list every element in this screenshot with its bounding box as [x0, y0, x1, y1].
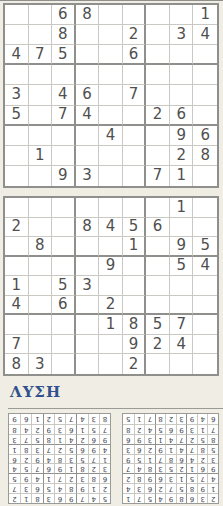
top-cell-r4c4[interactable] [76, 65, 100, 85]
bottom-cell-r4c6[interactable] [123, 257, 147, 277]
sol-right-cell-r8c5: 6 [165, 424, 176, 434]
sol-left-cell-r4c1: 3 [99, 463, 110, 473]
bottom-cell-r8c1[interactable]: 7 [5, 335, 29, 355]
bottom-cell-r1c2[interactable] [29, 198, 53, 218]
sol-right-cell-r8c2: 1 [197, 424, 208, 434]
sol-left-cell-r1c2: 4 [88, 493, 99, 503]
sol-right-cell-r4c2: 6 [197, 463, 208, 473]
bottom-cell-r9c4[interactable] [76, 354, 100, 374]
sol-left-cell-r2c6: 5 [43, 483, 54, 493]
top-cell-r9c2[interactable] [29, 166, 53, 186]
bottom-cell-r1c9[interactable] [193, 198, 217, 218]
top-cell-r5c3[interactable]: 4 [52, 85, 76, 105]
top-cell-r8c1[interactable] [5, 146, 29, 166]
sol-left-cell-r6c8: 8 [20, 444, 31, 454]
top-cell-r6c8[interactable]: 6 [170, 106, 194, 126]
sol-right-cell-r6c7: 2 [144, 444, 155, 454]
top-cell-r4c8[interactable] [170, 65, 194, 85]
sol-right-cell-r8c3: 3 [186, 424, 197, 434]
bottom-cell-r6c4[interactable] [76, 296, 100, 316]
sol-left-cell-r9c4: 7 [65, 414, 76, 424]
top-cell-r3c4[interactable] [76, 45, 100, 65]
sol-right-cell-r1c4: 8 [176, 493, 187, 503]
sol-right-cell-r3c1: 4 [207, 473, 218, 483]
top-cell-r2c6[interactable]: 2 [123, 25, 147, 45]
sol-right-cell-r5c6: 7 [155, 454, 166, 464]
sol-left-cell-r4c4: 1 [65, 463, 76, 473]
sol-left-cell-r9c8: 6 [20, 414, 31, 424]
top-cell-r5c8[interactable] [170, 85, 194, 105]
bottom-cell-r6c3[interactable]: 6 [52, 296, 76, 316]
sol-right-cell-r7c5: 4 [165, 434, 176, 444]
bottom-cell-r8c7[interactable]: 2 [146, 335, 170, 355]
top-cell-r6c5[interactable] [99, 106, 123, 126]
sol-right-cell-r2c7: 6 [144, 483, 155, 493]
sol-right-cell-r4c1: 9 [207, 463, 218, 473]
sol-right-cell-r7c3: 2 [186, 434, 197, 444]
sol-right-cell-r9c7: 7 [144, 414, 155, 424]
bottom-cell-r4c1[interactable] [5, 257, 29, 277]
sol-right-cell-r3c5: 3 [165, 473, 176, 483]
top-cell-r5c7[interactable] [146, 85, 170, 105]
bottom-cell-r7c2[interactable] [29, 315, 53, 335]
sol-left-cell-r2c8: 3 [20, 483, 31, 493]
sol-left-cell-r2c7: 6 [31, 483, 42, 493]
sol-right-cell-r4c3: 1 [186, 463, 197, 473]
top-cell-r1c3[interactable]: 6 [52, 5, 76, 25]
top-cell-r8c3[interactable] [52, 146, 76, 166]
sol-right-cell-r4c4: 2 [176, 463, 187, 473]
sol-right-cell-r9c5: 2 [165, 414, 176, 424]
top-cell-r8c4[interactable] [76, 146, 100, 166]
sol-right-cell-r6c3: 7 [186, 444, 197, 454]
bottom-cell-r7c1[interactable] [5, 315, 29, 335]
sol-right-cell-r8c1: 7 [207, 424, 218, 434]
top-cell-r4c5[interactable] [99, 65, 123, 85]
sol-right-cell-r6c2: 8 [197, 444, 208, 454]
sol-right-cell-r9c9: 5 [123, 414, 134, 424]
bottom-cell-r8c5[interactable] [99, 335, 123, 355]
sol-left-cell-r3c1: 6 [99, 473, 110, 483]
sol-right-cell-r7c9: 6 [123, 434, 134, 444]
top-cell-r8c8[interactable]: 2 [170, 146, 194, 166]
top-cell-r2c3[interactable]: 8 [52, 25, 76, 45]
sol-right-cell-r6c5: 1 [165, 444, 176, 454]
top-cell-r7c5[interactable]: 4 [99, 126, 123, 146]
sol-left-cell-r8c9: 8 [9, 424, 20, 434]
sol-right-cell-r1c2: 3 [197, 493, 208, 503]
top-cell-r1c8[interactable] [170, 5, 194, 25]
sol-left-cell-r5c1: 1 [99, 454, 110, 464]
top-cell-r4c6[interactable] [123, 65, 147, 85]
top-cell-r6c3[interactable]: 7 [52, 106, 76, 126]
sol-left-cell-r5c8: 2 [20, 454, 31, 464]
sol-left-cell-r4c8: 5 [20, 463, 31, 473]
top-cell-r3c1[interactable]: 4 [5, 45, 29, 65]
sol-left-cell-r3c9: 5 [9, 473, 20, 483]
sol-right-cell-r6c8: 6 [134, 444, 145, 454]
bottom-cell-r1c1[interactable] [5, 198, 29, 218]
top-cell-r2c2[interactable] [29, 25, 53, 45]
sol-left-cell-r8c2: 5 [88, 424, 99, 434]
top-cell-r1c4[interactable]: 8 [76, 5, 100, 25]
bottom-cell-r9c9[interactable] [193, 354, 217, 374]
sol-right-cell-r2c9: 4 [123, 483, 134, 493]
sol-left-cell-r7c5: 1 [54, 434, 65, 444]
sol-left-cell-r2c4: 8 [65, 483, 76, 493]
bottom-cell-r1c7[interactable] [146, 198, 170, 218]
sol-left-cell-r4c3: 8 [76, 463, 87, 473]
bottom-cell-r3c7[interactable] [146, 237, 170, 257]
top-cell-r5c5[interactable] [99, 85, 123, 105]
bottom-cell-r3c4[interactable] [76, 237, 100, 257]
bottom-cell-r9c5[interactable] [99, 354, 123, 374]
top-cell-r4c1[interactable] [5, 65, 29, 85]
top-cell-r7c3[interactable] [52, 126, 76, 146]
sol-left-cell-r3c5: 7 [54, 473, 65, 483]
top-cell-r1c7[interactable] [146, 5, 170, 25]
sol-left-cell-r3c4: 2 [65, 473, 76, 483]
top-cell-r9c6[interactable] [123, 166, 147, 186]
bottom-cell-r2c6[interactable]: 5 [123, 218, 147, 238]
sol-left-cell-r4c6: 6 [43, 463, 54, 473]
sol-left-cell-r8c5: 3 [54, 424, 65, 434]
sol-right-cell-r9c6: 8 [155, 414, 166, 424]
top-cell-r9c3[interactable]: 9 [52, 166, 76, 186]
top-cell-r2c7[interactable] [146, 25, 170, 45]
bottom-cell-r9c1[interactable]: 8 [5, 354, 29, 374]
sol-left-cell-r6c6: 7 [43, 444, 54, 454]
top-cell-r2c9[interactable]: 4 [193, 25, 217, 45]
top-cell-r9c7[interactable]: 7 [146, 166, 170, 186]
sol-right-cell-r1c8: 7 [134, 493, 145, 503]
sol-right-cell-r6c9: 3 [123, 444, 134, 454]
top-cell-r3c2[interactable]: 7 [29, 45, 53, 65]
sol-left-cell-r5c7: 9 [31, 454, 42, 464]
bottom-cell-r5c3[interactable]: 5 [52, 276, 76, 296]
bottom-cell-r4c2[interactable] [29, 257, 53, 277]
sol-right-cell-r2c5: 7 [165, 483, 176, 493]
bottom-cell-r3c5[interactable] [99, 237, 123, 257]
bottom-cell-r7c3[interactable] [52, 315, 76, 335]
sol-right-cell-r5c1: 3 [207, 454, 218, 464]
top-cell-r3c9[interactable] [193, 45, 217, 65]
sol-left-cell-r9c2: 3 [88, 414, 99, 424]
top-cell-r8c5[interactable] [99, 146, 123, 166]
bottom-cell-r8c2[interactable] [29, 335, 53, 355]
sol-left-cell-r1c7: 8 [31, 493, 42, 503]
sol-right-cell-r3c8: 8 [134, 473, 145, 483]
sol-left-cell-r6c9: 1 [9, 444, 20, 454]
sol-right-cell-r8c4: 9 [176, 424, 187, 434]
sol-right-cell-r4c6: 3 [155, 463, 166, 473]
top-cell-r7c8[interactable]: 9 [170, 126, 194, 146]
bottom-cell-r6c5[interactable]: 2 [99, 296, 123, 316]
top-cell-r6c1[interactable]: 5 [5, 106, 29, 126]
top-cell-r3c7[interactable] [146, 45, 170, 65]
heading-rule [8, 408, 223, 409]
sol-right-cell-r9c8: 1 [134, 414, 145, 424]
sol-right-cell-r4c8: 4 [134, 463, 145, 473]
bottom-cell-r2c2[interactable] [29, 218, 53, 238]
sol-right-cell-r1c6: 4 [155, 493, 166, 503]
sol-left-cell-r2c1: 2 [99, 483, 110, 493]
sol-left-cell-r3c3: 3 [76, 473, 87, 483]
sol-left-cell-r5c5: 8 [54, 454, 65, 464]
bottom-cell-r9c7[interactable] [146, 354, 170, 374]
top-cell-r7c9[interactable]: 6 [193, 126, 217, 146]
sol-left-cell-r5c9: 6 [9, 454, 20, 464]
sol-right-cell-r8c9: 8 [123, 424, 134, 434]
top-cell-r8c9[interactable]: 8 [193, 146, 217, 166]
sol-left-cell-r8c3: 1 [76, 424, 87, 434]
sol-right-cell-r6c1: 5 [207, 444, 218, 454]
bottom-cell-r1c8[interactable]: 1 [170, 198, 194, 218]
bottom-cell-r2c5[interactable]: 4 [99, 218, 123, 238]
top-cell-r2c5[interactable] [99, 25, 123, 45]
sol-right-cell-r7c7: 3 [144, 434, 155, 444]
bottom-cell-r1c5[interactable] [99, 198, 123, 218]
top-cell-r6c2[interactable] [29, 106, 53, 126]
top-cell-r8c2[interactable]: 1 [29, 146, 53, 166]
bottom-cell-r7c4[interactable] [76, 315, 100, 335]
sol-right-cell-r5c7: 1 [144, 454, 155, 464]
top-cell-r7c7[interactable] [146, 126, 170, 146]
sol-left-cell-r7c7: 5 [31, 434, 42, 444]
sol-right-cell-r8c6: 5 [155, 424, 166, 434]
top-cell-r6c9[interactable] [193, 106, 217, 126]
top-cell-r2c4[interactable] [76, 25, 100, 45]
bottom-cell-r1c3[interactable] [52, 198, 76, 218]
bottom-cell-r6c9[interactable] [193, 296, 217, 316]
top-cell-r9c1[interactable] [5, 166, 29, 186]
top-cell-r7c6[interactable] [123, 126, 147, 146]
sol-left-cell-r6c3: 6 [76, 444, 87, 454]
sol-left-cell-r1c4: 9 [65, 493, 76, 503]
top-cell-r5c1[interactable]: 3 [5, 85, 29, 105]
bottom-cell-r2c9[interactable] [193, 218, 217, 238]
top-cell-r7c2[interactable] [29, 126, 53, 146]
solution-grid-right-for-top-puzzle: 2368945711985726344751369829612538473246… [122, 413, 219, 504]
bottom-cell-r5c2[interactable] [29, 276, 53, 296]
top-cell-r3c8[interactable] [170, 45, 194, 65]
sol-right-cell-r7c1: 8 [207, 434, 218, 444]
sol-left-cell-r2c3: 9 [76, 483, 87, 493]
sol-left-cell-r3c7: 4 [31, 473, 42, 483]
top-cell-r6c6[interactable] [123, 106, 147, 126]
sol-right-cell-r3c2: 7 [197, 473, 208, 483]
sol-left-cell-r5c4: 3 [65, 454, 76, 464]
bottom-cell-r5c5[interactable] [99, 276, 123, 296]
sol-left-cell-r6c1: 4 [99, 444, 110, 454]
top-cell-r9c9[interactable] [193, 166, 217, 186]
sol-left-cell-r7c9: 3 [9, 434, 20, 444]
bottom-cell-r5c6[interactable] [123, 276, 147, 296]
sol-right-cell-r4c9: 7 [123, 463, 134, 473]
bottom-cell-r2c7[interactable]: 6 [146, 218, 170, 238]
sol-right-cell-r3c3: 5 [186, 473, 197, 483]
sol-right-cell-r7c2: 5 [197, 434, 208, 444]
bottom-cell-r9c2[interactable]: 3 [29, 354, 53, 374]
sol-left-cell-r7c4: 4 [65, 434, 76, 444]
top-edge-line [0, 0, 223, 1]
sol-left-cell-r7c6: 8 [43, 434, 54, 444]
sol-left-cell-r4c9: 4 [9, 463, 20, 473]
sol-right-cell-r7c8: 9 [134, 434, 145, 444]
top-cell-r3c3[interactable]: 5 [52, 45, 76, 65]
sol-left-cell-r4c5: 9 [54, 463, 65, 473]
sol-left-cell-r7c1: 9 [99, 434, 110, 444]
sol-left-cell-r8c7: 2 [31, 424, 42, 434]
sol-right-cell-r5c3: 4 [186, 454, 197, 464]
bottom-cell-r3c1[interactable] [5, 237, 29, 257]
top-cell-r2c1[interactable] [5, 25, 29, 45]
bottom-cell-r5c4[interactable]: 3 [76, 276, 100, 296]
sol-left-cell-r4c2: 2 [88, 463, 99, 473]
sol-left-cell-r9c7: 1 [31, 414, 42, 424]
top-cell-r5c9[interactable] [193, 85, 217, 105]
sol-left-cell-r2c2: 1 [88, 483, 99, 493]
top-cell-r1c1[interactable] [5, 5, 29, 25]
bottom-cell-r3c8[interactable]: 9 [170, 237, 194, 257]
bottom-cell-r3c9[interactable]: 5 [193, 237, 217, 257]
top-cell-r9c8[interactable]: 1 [170, 166, 194, 186]
bottom-cell-r8c3[interactable] [52, 335, 76, 355]
bottom-cell-r7c7[interactable]: 5 [146, 315, 170, 335]
top-cell-r9c4[interactable]: 3 [76, 166, 100, 186]
sol-left-cell-r8c8: 4 [20, 424, 31, 434]
sol-left-cell-r6c2: 9 [88, 444, 99, 454]
bottom-cell-r4c4[interactable] [76, 257, 100, 277]
bottom-cell-r3c3[interactable] [52, 237, 76, 257]
sol-right-cell-r8c8: 2 [134, 424, 145, 434]
sol-right-cell-r2c3: 8 [186, 483, 197, 493]
bottom-cell-r5c7[interactable] [146, 276, 170, 296]
top-cell-r8c7[interactable] [146, 146, 170, 166]
sudoku-grid-bottom: 128456819595415346218577924832 [3, 196, 219, 376]
top-cell-r8c6[interactable] [123, 146, 147, 166]
bottom-cell-r2c4[interactable]: 8 [76, 218, 100, 238]
top-cell-r3c6[interactable]: 6 [123, 45, 147, 65]
top-cell-r4c7[interactable] [146, 65, 170, 85]
top-cell-r2c8[interactable]: 3 [170, 25, 194, 45]
sol-left-cell-r1c1: 5 [99, 493, 110, 503]
sol-right-cell-r5c5: 8 [165, 454, 176, 464]
bottom-cell-r7c5[interactable]: 1 [99, 315, 123, 335]
bottom-cell-r6c2[interactable] [29, 296, 53, 316]
sol-left-cell-r7c8: 7 [20, 434, 31, 444]
top-cell-r5c4[interactable]: 6 [76, 85, 100, 105]
sol-right-cell-r9c4: 3 [176, 414, 187, 424]
top-cell-r4c9[interactable] [193, 65, 217, 85]
bottom-cell-r2c8[interactable] [170, 218, 194, 238]
bottom-cell-r9c3[interactable] [52, 354, 76, 374]
sol-left-cell-r2c5: 4 [54, 483, 65, 493]
bottom-cell-r8c4[interactable] [76, 335, 100, 355]
bottom-cell-r1c4[interactable] [76, 198, 100, 218]
bottom-cell-r4c3[interactable] [52, 257, 76, 277]
sol-left-cell-r9c9: 9 [9, 414, 20, 424]
top-cell-r1c9[interactable]: 1 [193, 5, 217, 25]
bottom-cell-r4c9[interactable]: 4 [193, 257, 217, 277]
bottom-cell-r4c7[interactable] [146, 257, 170, 277]
top-cell-r7c1[interactable] [5, 126, 29, 146]
sol-right-cell-r3c9: 2 [123, 473, 134, 483]
top-cell-r5c6[interactable]: 7 [123, 85, 147, 105]
top-cell-r4c3[interactable] [52, 65, 76, 85]
bottom-cell-r8c9[interactable] [193, 335, 217, 355]
bottom-cell-r7c9[interactable] [193, 315, 217, 335]
top-cell-r4c2[interactable] [29, 65, 53, 85]
bottom-cell-r3c2[interactable]: 8 [29, 237, 53, 257]
bottom-cell-r5c1[interactable]: 1 [5, 276, 29, 296]
bottom-cell-r6c6[interactable] [123, 296, 147, 316]
sol-right-cell-r2c8: 3 [134, 483, 145, 493]
sol-left-cell-r9c1: 8 [99, 414, 110, 424]
solution-grid-left-for-bottom-puzzle: 5479638122198456376832714953281967541753… [8, 413, 111, 504]
sol-right-cell-r7c6: 1 [155, 434, 166, 444]
top-cell-r6c7[interactable]: 2 [146, 106, 170, 126]
solution-heading: ΛΥΣΗ [10, 383, 61, 401]
top-cell-r9c5[interactable] [99, 166, 123, 186]
top-cell-r5c2[interactable] [29, 85, 53, 105]
bottom-cell-r5c8[interactable] [170, 276, 194, 296]
top-cell-r1c2[interactable] [29, 5, 53, 25]
bottom-cell-r6c8[interactable] [170, 296, 194, 316]
sol-left-cell-r5c2: 7 [88, 454, 99, 464]
bottom-cell-r3c6[interactable]: 1 [123, 237, 147, 257]
bottom-cell-r1c6[interactable] [123, 198, 147, 218]
top-cell-r7c4[interactable] [76, 126, 100, 146]
top-cell-r6c4[interactable]: 4 [76, 106, 100, 126]
bottom-cell-r4c5[interactable]: 9 [99, 257, 123, 277]
top-cell-r1c6[interactable] [123, 5, 147, 25]
sol-left-cell-r1c6: 3 [43, 493, 54, 503]
sol-right-cell-r4c7: 8 [144, 463, 155, 473]
sol-left-cell-r9c5: 5 [54, 414, 65, 424]
bottom-cell-r9c8[interactable] [170, 354, 194, 374]
sol-left-cell-r6c4: 5 [65, 444, 76, 454]
sol-right-cell-r5c8: 5 [134, 454, 145, 464]
sol-left-cell-r8c6: 9 [43, 424, 54, 434]
bottom-cell-r8c6[interactable]: 9 [123, 335, 147, 355]
bottom-cell-r7c6[interactable]: 8 [123, 315, 147, 335]
bottom-cell-r7c8[interactable]: 7 [170, 315, 194, 335]
sol-right-cell-r2c2: 9 [197, 483, 208, 493]
bottom-cell-r6c1[interactable]: 4 [5, 296, 29, 316]
bottom-cell-r2c3[interactable] [52, 218, 76, 238]
bottom-cell-r6c7[interactable] [146, 296, 170, 316]
bottom-cell-r4c8[interactable]: 5 [170, 257, 194, 277]
sol-right-cell-r5c4: 6 [176, 454, 187, 464]
sol-right-cell-r2c4: 5 [176, 483, 187, 493]
bottom-cell-r8c8[interactable]: 4 [170, 335, 194, 355]
sol-left-cell-r9c3: 4 [76, 414, 87, 424]
bottom-cell-r5c9[interactable] [193, 276, 217, 296]
bottom-cell-r9c6[interactable]: 2 [123, 354, 147, 374]
sudoku-grid-top: 681823447563467574264961289371 [3, 3, 219, 188]
sol-left-cell-r4c7: 7 [31, 463, 42, 473]
sol-right-cell-r2c6: 2 [155, 483, 166, 493]
sol-left-cell-r1c3: 7 [76, 493, 87, 503]
sol-right-cell-r4c5: 5 [165, 463, 176, 473]
sol-left-cell-r5c6: 4 [43, 454, 54, 464]
bottom-cell-r2c1[interactable]: 2 [5, 218, 29, 238]
top-cell-r1c5[interactable] [99, 5, 123, 25]
sol-left-cell-r3c2: 8 [88, 473, 99, 483]
top-cell-r3c5[interactable] [99, 45, 123, 65]
sol-left-cell-r7c3: 2 [76, 434, 87, 444]
